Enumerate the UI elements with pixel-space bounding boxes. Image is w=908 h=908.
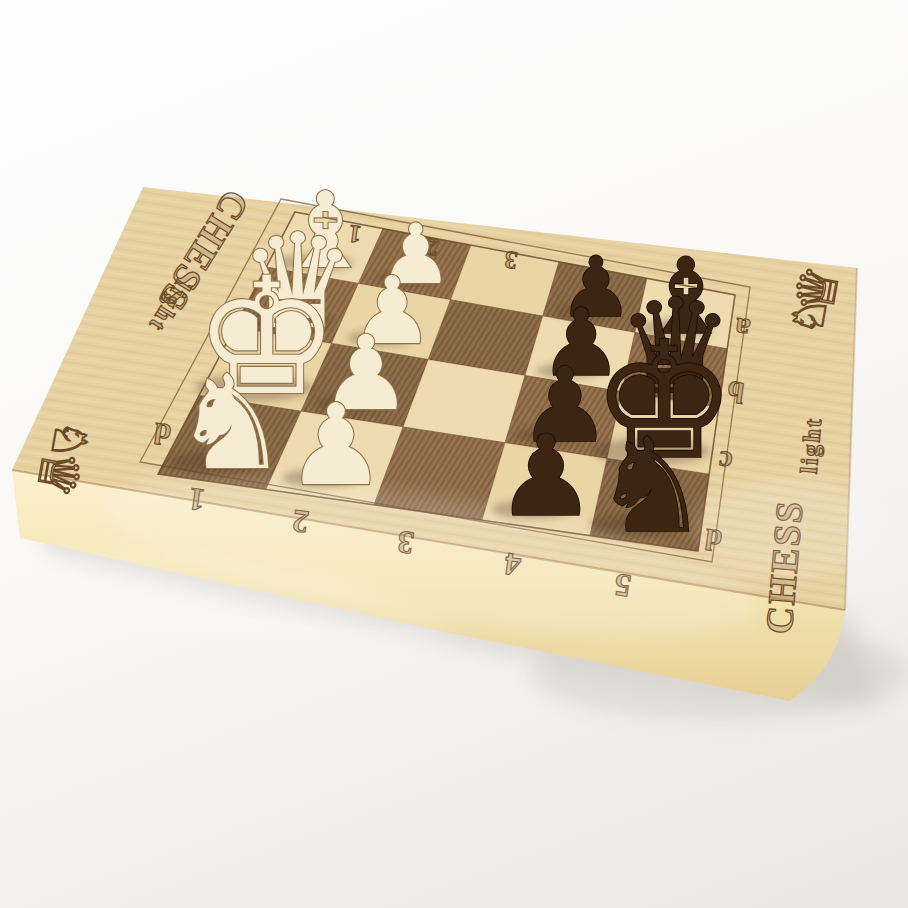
piece-black-pawn-d4[interactable]: ♟: [496, 411, 596, 541]
board-photo: 12345123abcdd CHESS light CHESS light ♘ …: [0, 0, 908, 908]
se-light-engraving: light: [796, 416, 827, 475]
photo-scene: 12345123abcdd CHESS light CHESS light ♘ …: [0, 0, 908, 908]
piece-black-knight-d5[interactable]: ♞: [593, 410, 710, 562]
piece-white-knight-d1[interactable]: ♞: [173, 347, 290, 499]
piece-white-pawn-d2[interactable]: ♟: [286, 380, 386, 510]
